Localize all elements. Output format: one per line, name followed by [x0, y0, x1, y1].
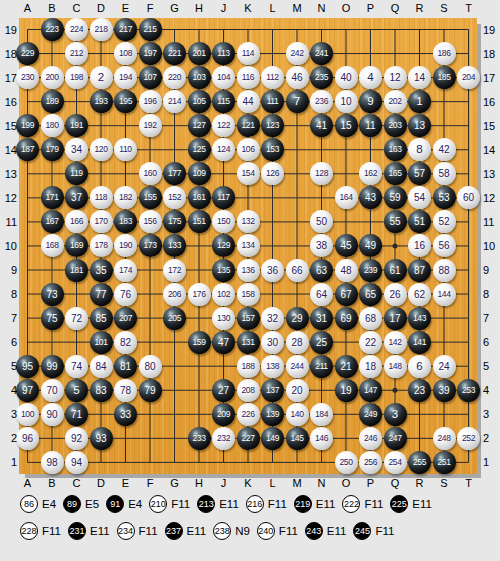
- move-number: 185: [438, 66, 451, 89]
- stone-B4: 70: [41, 379, 64, 402]
- stone-O16: 10: [335, 90, 358, 113]
- move-number: 195: [119, 90, 132, 113]
- move-number: 19: [340, 379, 351, 402]
- stone-H12: 161: [188, 186, 211, 209]
- coord-label-right-13: 13: [483, 168, 495, 181]
- caption-move-245: 245F11: [353, 522, 394, 540]
- move-number: 72: [71, 307, 82, 330]
- coord-label-top-K: K: [236, 2, 260, 15]
- stone-T4: 253: [457, 379, 480, 402]
- stone-T17: 204: [457, 66, 480, 89]
- coord-label-bottom-M: M: [285, 477, 309, 490]
- caption-move-231: 231E11: [68, 522, 110, 540]
- stone-D8: 77: [90, 283, 113, 306]
- stone-O12: 164: [335, 186, 358, 209]
- move-number: 114: [242, 42, 254, 65]
- stone-E4: 78: [114, 379, 137, 402]
- stone-E18: 108: [114, 42, 137, 65]
- stone-R6: 141: [408, 331, 431, 354]
- coord-label-bottom-E: E: [114, 477, 138, 490]
- stone-Q2: 247: [384, 427, 407, 450]
- stone-H17: 103: [188, 66, 211, 89]
- move-number: 5: [73, 379, 79, 402]
- move-number: 74: [71, 355, 82, 378]
- move-number: 35: [95, 259, 106, 282]
- stone-L6: 30: [261, 331, 284, 354]
- move-coordinate: E4: [42, 498, 56, 510]
- move-number: 55: [389, 210, 400, 233]
- stone-H11: 151: [188, 210, 211, 233]
- coord-label-bottom-N: N: [310, 477, 334, 490]
- move-number: 123: [266, 114, 279, 137]
- stone-B3: 90: [41, 403, 64, 426]
- move-number: 3: [392, 403, 398, 426]
- move-number-badge: 237: [165, 522, 183, 540]
- move-number: 26: [389, 283, 400, 306]
- stone-T2: 252: [457, 427, 480, 450]
- move-number: 12: [389, 66, 400, 89]
- move-number-badge: 231: [68, 522, 86, 540]
- move-number: 87: [414, 259, 425, 282]
- stone-G16: 214: [163, 90, 186, 113]
- coord-label-right-7: 7: [483, 312, 489, 325]
- move-number: 173: [144, 234, 157, 257]
- stone-B8: 73: [41, 283, 64, 306]
- move-number: 105: [193, 90, 206, 113]
- move-number: 117: [217, 186, 229, 209]
- move-number: 221: [168, 42, 181, 65]
- stone-M7: 29: [286, 307, 309, 330]
- move-number: 192: [144, 114, 157, 137]
- coord-label-right-18: 18: [483, 48, 495, 61]
- stone-O4: 19: [335, 379, 358, 402]
- caption-move-243: 243E11: [305, 522, 347, 540]
- move-number-badge: 234: [117, 522, 135, 540]
- stone-C2: 92: [65, 427, 88, 450]
- move-number: 143: [413, 307, 426, 330]
- stone-J3: 209: [212, 403, 235, 426]
- coord-label-top-A: A: [16, 2, 40, 15]
- move-number: 155: [144, 186, 157, 209]
- move-number-badge: 240: [257, 522, 275, 540]
- move-number: 52: [438, 210, 449, 233]
- move-number: 177: [168, 162, 181, 185]
- move-coordinate: E11: [187, 525, 207, 537]
- stone-M2: 145: [286, 427, 309, 450]
- stone-N16: 236: [310, 90, 333, 113]
- stone-A4: 97: [16, 379, 39, 402]
- stone-A18: 229: [16, 42, 39, 65]
- stone-C18: 212: [65, 42, 88, 65]
- stone-S5: 24: [433, 355, 456, 378]
- coord-label-left-8: 8: [2, 288, 17, 301]
- move-number: 31: [316, 307, 327, 330]
- move-number: 180: [46, 114, 59, 137]
- move-number: 142: [389, 331, 402, 354]
- stone-J16: 115: [212, 90, 235, 113]
- move-number: 34: [71, 138, 82, 161]
- stone-Q3: 3: [384, 403, 407, 426]
- move-number: 229: [21, 42, 34, 65]
- move-number: 39: [438, 379, 449, 402]
- move-number: 223: [46, 18, 59, 41]
- stone-L17: 112: [261, 66, 284, 89]
- stone-M3: 140: [286, 403, 309, 426]
- move-number: 128: [315, 162, 328, 185]
- stone-Q15: 203: [384, 114, 407, 137]
- stone-N17: 235: [310, 66, 333, 89]
- move-number: 102: [217, 283, 230, 306]
- move-number: 147: [364, 379, 377, 402]
- coord-label-bottom-S: S: [432, 477, 456, 490]
- move-number: 184: [315, 403, 328, 426]
- stone-G8: 206: [163, 283, 186, 306]
- stone-E7: 207: [114, 307, 137, 330]
- stone-H15: 127: [188, 114, 211, 137]
- stone-N9: 63: [310, 259, 333, 282]
- move-number: 96: [22, 427, 33, 450]
- coord-label-bottom-Q: Q: [383, 477, 407, 490]
- move-number: 251: [438, 451, 451, 474]
- move-number: 77: [95, 283, 106, 306]
- move-number-badge: 210: [149, 495, 167, 513]
- coord-label-right-6: 6: [483, 336, 489, 349]
- stone-M16: 7: [286, 90, 309, 113]
- stone-Q12: 59: [384, 186, 407, 209]
- move-number: 84: [95, 355, 106, 378]
- move-number: 236: [315, 90, 328, 113]
- stone-P8: 65: [359, 283, 382, 306]
- coord-label-bottom-D: D: [89, 477, 113, 490]
- stone-B16: 189: [41, 90, 64, 113]
- caption-move-213: 213E11: [197, 495, 239, 513]
- move-number: 172: [168, 259, 181, 282]
- coord-label-left-14: 14: [2, 144, 17, 157]
- move-number: 244: [291, 355, 304, 378]
- stone-K14: 106: [237, 138, 260, 161]
- stone-B15: 180: [41, 114, 64, 137]
- stone-H16: 105: [188, 90, 211, 113]
- move-number: 44: [242, 90, 253, 113]
- stone-S11: 52: [433, 210, 456, 233]
- move-number: 32: [267, 307, 278, 330]
- move-number: 40: [340, 66, 351, 89]
- move-number: 165: [389, 162, 402, 185]
- stone-S18: 186: [433, 42, 456, 65]
- stone-D7: 85: [90, 307, 113, 330]
- move-number: 242: [291, 42, 304, 65]
- stone-D19: 218: [90, 18, 113, 41]
- coord-label-right-4: 4: [483, 384, 489, 397]
- stone-L2: 149: [261, 427, 284, 450]
- move-number: 61: [389, 259, 400, 282]
- coord-label-bottom-G: G: [163, 477, 187, 490]
- move-number: 141: [413, 331, 426, 354]
- stone-R9: 87: [408, 259, 431, 282]
- stone-Q16: 202: [384, 90, 407, 113]
- move-number-badge: 222: [342, 495, 360, 513]
- stone-L9: 36: [261, 259, 284, 282]
- move-number: 211: [315, 355, 327, 378]
- stone-S12: 53: [433, 186, 456, 209]
- stone-P4: 147: [359, 379, 382, 402]
- move-number: 144: [438, 283, 451, 306]
- move-number: 127: [193, 114, 206, 137]
- move-number: 48: [340, 259, 351, 282]
- move-number-badge: 225: [390, 495, 408, 513]
- move-number: 66: [291, 259, 302, 282]
- stone-H18: 201: [188, 42, 211, 65]
- stone-P6: 22: [359, 331, 382, 354]
- move-number: 132: [242, 210, 255, 233]
- stone-S8: 144: [433, 283, 456, 306]
- move-number: 256: [364, 451, 377, 474]
- stone-S14: 42: [433, 138, 456, 161]
- stone-C9: 181: [65, 259, 88, 282]
- stone-N7: 31: [310, 307, 333, 330]
- stone-B19: 223: [41, 18, 64, 41]
- move-number: 182: [119, 186, 132, 209]
- move-number: 139: [266, 403, 279, 426]
- move-number: 115: [217, 90, 229, 113]
- stone-G9: 172: [163, 259, 186, 282]
- move-number: 215: [144, 18, 157, 41]
- coord-label-right-16: 16: [483, 96, 495, 109]
- stone-Q13: 165: [384, 162, 407, 185]
- coord-label-top-M: M: [285, 2, 309, 15]
- move-number: 198: [70, 66, 83, 89]
- stone-P1: 256: [359, 451, 382, 474]
- stone-H13: 109: [188, 162, 211, 185]
- move-number: 2: [98, 66, 104, 89]
- move-number: 168: [46, 234, 59, 257]
- move-number: 208: [242, 379, 255, 402]
- stone-R4: 23: [408, 379, 431, 402]
- move-number: 212: [70, 42, 83, 65]
- move-number: 160: [144, 162, 157, 185]
- stone-C19: 224: [65, 18, 88, 41]
- move-number: 116: [242, 66, 254, 89]
- move-number: 175: [168, 210, 181, 233]
- stone-K4: 208: [237, 379, 260, 402]
- stone-H8: 176: [188, 283, 211, 306]
- coord-label-right-17: 17: [483, 72, 495, 85]
- coord-label-top-E: E: [114, 2, 138, 15]
- stone-P7: 68: [359, 307, 382, 330]
- move-number: 183: [119, 210, 132, 233]
- move-number: 78: [120, 379, 131, 402]
- move-coordinate: F11: [171, 498, 190, 510]
- coord-label-left-11: 11: [2, 216, 17, 229]
- stone-G17: 220: [163, 66, 186, 89]
- caption-move-91: 91E4: [106, 495, 142, 513]
- move-number: 149: [266, 427, 279, 450]
- coord-label-bottom-B: B: [40, 477, 64, 490]
- stone-R5: 6: [408, 355, 431, 378]
- stone-O17: 40: [335, 66, 358, 89]
- stone-S9: 88: [433, 259, 456, 282]
- move-coordinate: F11: [42, 525, 61, 537]
- move-number: 159: [193, 331, 206, 354]
- caption-move-240: 240F11: [257, 522, 298, 540]
- stone-C17: 198: [65, 66, 88, 89]
- stone-J6: 47: [212, 331, 235, 354]
- move-number: 88: [438, 259, 449, 282]
- stone-Q5: 148: [384, 355, 407, 378]
- move-number: 111: [267, 90, 279, 113]
- move-number-badge: 89: [63, 495, 81, 513]
- coord-label-top-J: J: [212, 2, 236, 15]
- coord-label-bottom-J: J: [212, 477, 236, 490]
- stone-S2: 248: [433, 427, 456, 450]
- stone-B14: 179: [41, 138, 64, 161]
- move-number: 101: [95, 331, 108, 354]
- stone-Q11: 55: [384, 210, 407, 233]
- stone-H6: 159: [188, 331, 211, 354]
- move-number: 163: [389, 138, 402, 161]
- move-number: 106: [242, 138, 255, 161]
- star-point-Q10: [393, 243, 398, 248]
- move-number-badge: 213: [197, 495, 215, 513]
- move-number: 178: [95, 234, 108, 257]
- move-number: 154: [242, 162, 255, 185]
- move-number: 153: [266, 138, 279, 161]
- coord-label-bottom-K: K: [236, 477, 260, 490]
- move-number: 65: [365, 283, 376, 306]
- stone-S10: 56: [433, 234, 456, 257]
- move-number: 79: [144, 379, 155, 402]
- stone-E17: 194: [114, 66, 137, 89]
- move-number: 42: [438, 138, 449, 161]
- coord-label-top-O: O: [334, 2, 358, 15]
- coord-label-right-14: 14: [483, 144, 495, 157]
- stone-E16: 195: [114, 90, 137, 113]
- stone-D12: 118: [90, 186, 113, 209]
- move-number: 227: [242, 427, 255, 450]
- coord-label-right-5: 5: [483, 360, 489, 373]
- caption-move-234: 234F11: [117, 522, 158, 540]
- coord-label-left-19: 19: [2, 24, 17, 37]
- move-number: 166: [70, 210, 83, 233]
- stone-D9: 35: [90, 259, 113, 282]
- coord-label-left-12: 12: [2, 192, 17, 205]
- move-number: 241: [315, 42, 328, 65]
- move-number: 118: [95, 186, 107, 209]
- move-number: 36: [267, 259, 278, 282]
- move-number: 247: [389, 427, 402, 450]
- move-number: 58: [438, 162, 449, 185]
- move-number: 129: [217, 234, 230, 257]
- stone-G7: 205: [163, 307, 186, 330]
- stone-E9: 174: [114, 259, 137, 282]
- coord-label-right-11: 11: [483, 216, 494, 229]
- move-number: 22: [365, 331, 376, 354]
- move-number: 187: [21, 138, 34, 161]
- move-number: 239: [364, 259, 377, 282]
- stone-F5: 80: [139, 355, 162, 378]
- caption-move-237: 237E11: [165, 522, 207, 540]
- move-number: 97: [22, 379, 33, 402]
- star-point-Q4: [393, 388, 398, 393]
- stone-Q1: 254: [384, 451, 407, 474]
- stone-P3: 249: [359, 403, 382, 426]
- stone-S17: 185: [433, 66, 456, 89]
- move-coordinate: E11: [90, 525, 110, 537]
- coord-label-top-H: H: [187, 2, 211, 15]
- move-number: 108: [119, 42, 132, 65]
- coord-label-left-10: 10: [2, 240, 17, 253]
- move-number: 145: [291, 427, 304, 450]
- move-number: 119: [70, 162, 82, 185]
- stone-A2: 96: [16, 427, 39, 450]
- stone-N5: 211: [310, 355, 333, 378]
- move-number-badge: 219: [294, 495, 312, 513]
- stone-A5: 95: [16, 355, 39, 378]
- coord-label-right-2: 2: [483, 432, 489, 445]
- coord-label-left-7: 7: [2, 312, 17, 325]
- move-number: 204: [462, 66, 475, 89]
- stone-Q17: 12: [384, 66, 407, 89]
- caption-move-89: 89E5: [63, 495, 99, 513]
- move-number: 112: [266, 66, 278, 89]
- move-number: 254: [389, 451, 402, 474]
- move-number: 90: [46, 403, 57, 426]
- coord-label-bottom-O: O: [334, 477, 358, 490]
- stone-C7: 72: [65, 307, 88, 330]
- coord-label-right-15: 15: [483, 120, 495, 133]
- stone-F12: 155: [139, 186, 162, 209]
- move-coordinate: F11: [375, 525, 394, 537]
- stone-E8: 76: [114, 283, 137, 306]
- move-number: 113: [217, 42, 229, 65]
- move-number: 17: [389, 307, 400, 330]
- move-number: 82: [120, 331, 131, 354]
- stone-N8: 64: [310, 283, 333, 306]
- stone-L16: 111: [261, 90, 284, 113]
- stone-S1: 251: [433, 451, 456, 474]
- move-number: 140: [291, 403, 304, 426]
- move-number: 214: [168, 90, 181, 113]
- move-number: 249: [364, 403, 377, 426]
- move-number-badge: 216: [246, 495, 264, 513]
- move-number: 120: [95, 138, 108, 161]
- move-coordinate: N9: [235, 525, 250, 537]
- coord-label-left-6: 6: [2, 336, 17, 349]
- move-number-badge: 86: [20, 495, 38, 513]
- move-number: 197: [144, 42, 157, 65]
- move-number: 27: [218, 379, 229, 402]
- move-number: 190: [119, 234, 132, 257]
- goban: 2232242182172152292121081972212011131142…: [19, 18, 477, 474]
- move-coordinate: F11: [139, 525, 158, 537]
- coord-label-left-18: 18: [2, 48, 17, 61]
- stone-D16: 193: [90, 90, 113, 113]
- stone-K5: 188: [237, 355, 260, 378]
- stone-O1: 250: [335, 451, 358, 474]
- stone-K8: 158: [237, 283, 260, 306]
- move-number: 71: [71, 403, 82, 426]
- coord-label-left-5: 5: [2, 360, 17, 373]
- move-number: 43: [365, 186, 376, 209]
- move-number: 125: [193, 138, 206, 161]
- stone-K10: 134: [237, 234, 260, 257]
- move-number: 131: [242, 331, 255, 354]
- move-coordinate: E11: [219, 498, 239, 510]
- move-number: 64: [316, 283, 327, 306]
- move-number: 38: [316, 234, 327, 257]
- stone-P2: 246: [359, 427, 382, 450]
- stone-K7: 157: [237, 307, 260, 330]
